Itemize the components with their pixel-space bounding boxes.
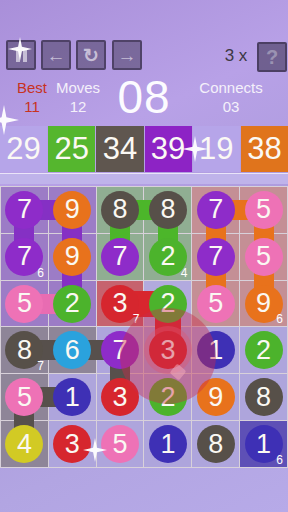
number-circle-7[interactable]: 7	[197, 238, 235, 276]
cell-r0c0[interactable]: 7	[1, 187, 48, 233]
undo-button[interactable]: ←	[41, 40, 71, 70]
number-circle-2[interactable]: 2	[245, 331, 283, 369]
cell-r1c2[interactable]: 7	[97, 234, 144, 280]
cell-subscript: 7	[133, 312, 140, 326]
cell-r3c1[interactable]: 6	[49, 327, 96, 373]
number-circle-2[interactable]: 2	[149, 285, 187, 323]
best-stat: Best 11	[8, 79, 56, 115]
number-circle-8[interactable]: 8	[149, 191, 187, 229]
score-value: 08	[104, 70, 184, 124]
number-circle-5[interactable]: 5	[245, 238, 283, 276]
moves-stat: Moves 12	[52, 79, 104, 115]
restart-button[interactable]: ↻	[76, 40, 106, 70]
number-circle-9[interactable]: 9	[53, 238, 91, 276]
cell-subscript: 6	[37, 266, 44, 280]
connects-stat: Connects 03	[196, 79, 266, 115]
divider-stripe	[0, 173, 288, 184]
number-circle-9[interactable]: 9	[197, 378, 235, 416]
target-row: 292534391938	[0, 126, 288, 172]
cell-r0c4[interactable]: 7	[192, 187, 239, 233]
cell-r3c0[interactable]: 87	[1, 327, 48, 373]
question-icon: ?	[266, 47, 278, 67]
number-circle-9[interactable]: 9	[53, 191, 91, 229]
cell-r4c5[interactable]: 8	[240, 374, 287, 420]
cell-r3c5[interactable]: 2	[240, 327, 287, 373]
cell-r5c0[interactable]: 4	[1, 421, 48, 467]
number-circle-8[interactable]: 8	[245, 378, 283, 416]
number-circle-5[interactable]: 5	[245, 191, 283, 229]
cell-r1c3[interactable]: 24	[144, 234, 191, 280]
cell-r4c4[interactable]: 9	[192, 374, 239, 420]
cell-r5c4[interactable]: 8	[192, 421, 239, 467]
number-circle-6[interactable]: 6	[53, 331, 91, 369]
game-board: 7988757697247552372596876731251329843518…	[0, 186, 288, 468]
cell-r3c3[interactable]: 3	[144, 327, 191, 373]
cell-r2c5[interactable]: 96	[240, 281, 287, 327]
cell-subscript: 6	[276, 453, 283, 467]
number-circle-5[interactable]: 5	[197, 285, 235, 323]
cell-r4c0[interactable]: 5	[1, 374, 48, 420]
pause-icon	[16, 49, 27, 62]
connects-value: 03	[196, 98, 266, 115]
refresh-icon: ↻	[83, 46, 99, 65]
connects-label: Connects	[196, 79, 266, 96]
cell-r5c3[interactable]: 1	[144, 421, 191, 467]
number-circle-5[interactable]: 5	[5, 378, 43, 416]
number-circle-7[interactable]: 7	[5, 191, 43, 229]
number-circle-3[interactable]: 3	[149, 331, 187, 369]
arrow-right-icon: →	[118, 46, 137, 65]
cell-r2c0[interactable]: 5	[1, 281, 48, 327]
number-circle-5[interactable]: 5	[5, 285, 43, 323]
target-sum-3: 39	[145, 126, 192, 172]
target-sum-0: 29	[0, 126, 47, 172]
redo-button[interactable]: →	[112, 40, 142, 70]
cell-r2c1[interactable]: 2	[49, 281, 96, 327]
multiplier-label: 3 x	[216, 46, 256, 66]
target-sum-5: 38	[241, 126, 288, 172]
number-circle-3[interactable]: 3	[101, 378, 139, 416]
help-button[interactable]: ?	[257, 42, 287, 72]
number-circle-1[interactable]: 1	[197, 331, 235, 369]
cell-r3c4[interactable]: 1	[192, 327, 239, 373]
cell-r1c0[interactable]: 76	[1, 234, 48, 280]
cell-subscript: 6	[276, 312, 283, 326]
cell-subscript: 7	[37, 359, 44, 373]
target-sum-2: 34	[96, 126, 143, 172]
best-label: Best	[8, 79, 56, 96]
cell-r4c1[interactable]: 1	[49, 374, 96, 420]
number-circle-4[interactable]: 4	[5, 425, 43, 463]
number-circle-2[interactable]: 2	[53, 285, 91, 323]
cell-r2c4[interactable]: 5	[192, 281, 239, 327]
number-circle-5[interactable]: 5	[101, 425, 139, 463]
number-circle-3[interactable]: 3	[53, 425, 91, 463]
cell-r1c4[interactable]: 7	[192, 234, 239, 280]
number-circle-7[interactable]: 7	[101, 238, 139, 276]
cell-r3c2[interactable]: 7	[97, 327, 144, 373]
moves-value: 12	[52, 98, 104, 115]
cell-r2c3[interactable]: 2	[144, 281, 191, 327]
number-circle-1[interactable]: 1	[53, 378, 91, 416]
cell-r5c2[interactable]: 5	[97, 421, 144, 467]
cell-r1c1[interactable]: 9	[49, 234, 96, 280]
cell-r4c2[interactable]: 3	[97, 374, 144, 420]
cell-r5c5[interactable]: 16	[240, 421, 287, 467]
cell-subscript: 4	[181, 266, 188, 280]
cell-r0c1[interactable]: 9	[49, 187, 96, 233]
target-sum-4: 19	[193, 126, 240, 172]
number-circle-2[interactable]: 2	[149, 378, 187, 416]
arrow-left-icon: ←	[47, 46, 66, 65]
best-value: 11	[8, 98, 56, 115]
cell-r1c5[interactable]: 5	[240, 234, 287, 280]
number-circle-1[interactable]: 1	[149, 425, 187, 463]
cell-r4c3[interactable]: 2	[144, 374, 191, 420]
number-circle-7[interactable]: 7	[101, 331, 139, 369]
cell-r0c5[interactable]: 5	[240, 187, 287, 233]
pause-button[interactable]	[6, 40, 36, 70]
cell-r2c2[interactable]: 37	[97, 281, 144, 327]
number-circle-7[interactable]: 7	[197, 191, 235, 229]
cell-r0c2[interactable]: 8	[97, 187, 144, 233]
number-circle-8[interactable]: 8	[197, 425, 235, 463]
number-circle-8[interactable]: 8	[101, 191, 139, 229]
target-sum-1: 25	[48, 126, 95, 172]
cell-r0c3[interactable]: 8	[144, 187, 191, 233]
cell-r5c1[interactable]: 3	[49, 421, 96, 467]
moves-label: Moves	[52, 79, 104, 96]
game-screen: ← ↻ → 3 x ? Best 11 Moves 12 08 Connects…	[0, 0, 288, 512]
